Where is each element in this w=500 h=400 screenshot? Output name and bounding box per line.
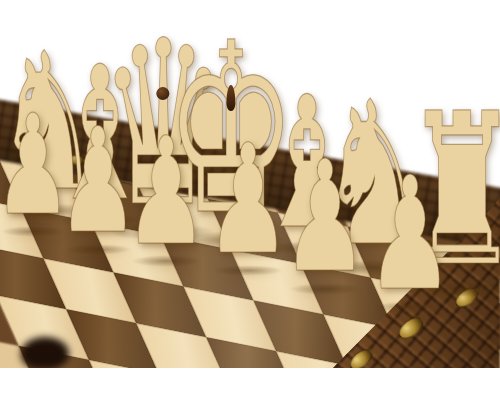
- blurred-black-piece[interactable]: [21, 337, 69, 369]
- white-pawn-glyph: ♟: [330, 156, 490, 312]
- photo-bottom-margin: [0, 368, 500, 400]
- pieces-layer: ♞♝♛♚♝♞♜♟♟♟♟♟♟: [0, 0, 500, 400]
- piece-white-pawn-g2[interactable]: ♟: [310, 190, 500, 312]
- chess-photo-scene: ♞♝♛♚♝♞♜♟♟♟♟♟♟: [0, 0, 500, 400]
